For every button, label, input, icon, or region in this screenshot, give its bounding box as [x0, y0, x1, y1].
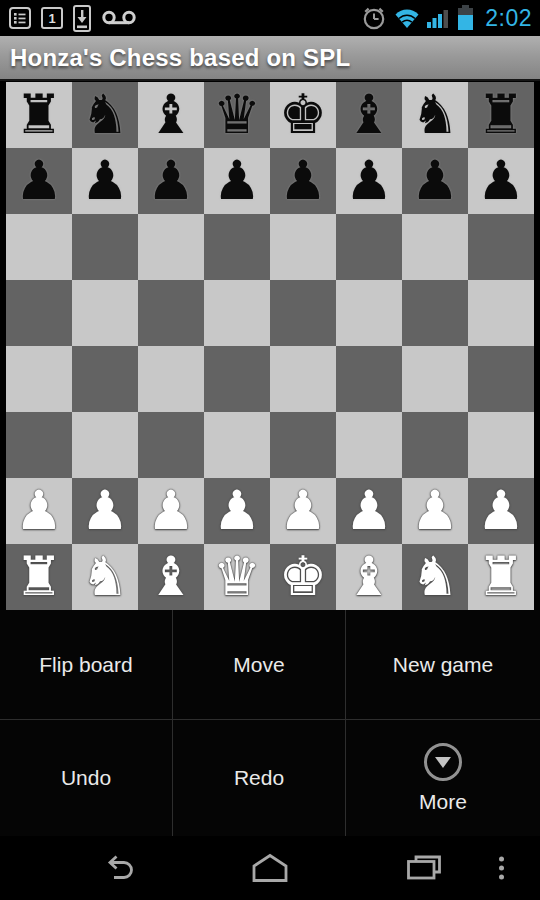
square-a5[interactable] — [6, 280, 72, 346]
white-pawn[interactable]: ♟ — [213, 478, 261, 544]
more-label: More — [419, 790, 467, 814]
square-f4[interactable] — [336, 346, 402, 412]
flip-board-button[interactable]: Flip board — [0, 610, 173, 719]
square-a8[interactable]: ♜ — [6, 82, 72, 148]
square-h1[interactable]: ♜ — [468, 544, 534, 610]
square-a4[interactable] — [6, 346, 72, 412]
square-f7[interactable]: ♟ — [336, 148, 402, 214]
status-bar-right: 2:02 — [361, 5, 532, 32]
menu-row-1: Flip board Move New game — [0, 610, 540, 719]
square-a7[interactable]: ♟ — [6, 148, 72, 214]
square-g7[interactable]: ♟ — [402, 148, 468, 214]
white-pawn[interactable]: ♟ — [411, 478, 459, 544]
overflow-menu-icon[interactable] — [499, 857, 504, 880]
square-f2[interactable]: ♟ — [336, 478, 402, 544]
alarm-icon — [361, 5, 387, 31]
square-g5[interactable] — [402, 280, 468, 346]
navigation-bar — [0, 836, 540, 900]
white-bishop[interactable]: ♝ — [147, 544, 195, 610]
square-e8[interactable]: ♚ — [270, 82, 336, 148]
square-e6[interactable] — [270, 214, 336, 280]
square-f3[interactable] — [336, 412, 402, 478]
black-rook[interactable]: ♜ — [15, 82, 63, 148]
white-pawn[interactable]: ♟ — [15, 478, 63, 544]
flip-board-label: Flip board — [39, 653, 132, 677]
notification-list-icon — [8, 6, 32, 30]
square-e4[interactable] — [270, 346, 336, 412]
black-pawn[interactable]: ♟ — [411, 148, 459, 214]
square-c4[interactable] — [138, 346, 204, 412]
black-bishop[interactable]: ♝ — [147, 82, 195, 148]
square-b1[interactable]: ♞ — [72, 544, 138, 610]
square-d5[interactable] — [204, 280, 270, 346]
wifi-icon — [394, 6, 420, 30]
undo-button[interactable]: Undo — [0, 720, 173, 836]
black-knight[interactable]: ♞ — [411, 82, 459, 148]
battery-icon — [457, 5, 474, 31]
square-g3[interactable] — [402, 412, 468, 478]
square-b5[interactable] — [72, 280, 138, 346]
square-a1[interactable]: ♜ — [6, 544, 72, 610]
square-g6[interactable] — [402, 214, 468, 280]
white-queen[interactable]: ♛ — [213, 544, 261, 610]
board-area: ♜♞♝♛♚♝♞♜♟♟♟♟♟♟♟♟♟♟♟♟♟♟♟♟♜♞♝♛♚♝♞♜ — [0, 81, 540, 610]
sms-count-icon: 1 — [41, 7, 63, 29]
new-game-label: New game — [393, 653, 493, 677]
app-title: Honza's Chess based on SPL — [10, 44, 350, 72]
status-bar-left: 1 — [8, 5, 137, 32]
white-pawn[interactable]: ♟ — [147, 478, 195, 544]
menu-row-2: Undo Redo More — [0, 719, 540, 836]
move-button[interactable]: Move — [173, 610, 346, 719]
square-h4[interactable] — [468, 346, 534, 412]
black-pawn[interactable]: ♟ — [477, 148, 525, 214]
white-rook[interactable]: ♜ — [15, 544, 63, 610]
square-c1[interactable]: ♝ — [138, 544, 204, 610]
black-pawn[interactable]: ♟ — [213, 148, 261, 214]
square-b4[interactable] — [72, 346, 138, 412]
white-knight[interactable]: ♞ — [81, 544, 129, 610]
white-pawn[interactable]: ♟ — [279, 478, 327, 544]
square-c8[interactable]: ♝ — [138, 82, 204, 148]
square-b7[interactable]: ♟ — [72, 148, 138, 214]
square-b3[interactable] — [72, 412, 138, 478]
square-a3[interactable] — [6, 412, 72, 478]
square-e7[interactable]: ♟ — [270, 148, 336, 214]
square-f6[interactable] — [336, 214, 402, 280]
clock-text: 2:02 — [485, 5, 532, 32]
square-e5[interactable] — [270, 280, 336, 346]
title-bar: Honza's Chess based on SPL — [0, 36, 540, 81]
signal-icon — [427, 7, 450, 30]
square-e1[interactable]: ♚ — [270, 544, 336, 610]
square-g2[interactable]: ♟ — [402, 478, 468, 544]
redo-button[interactable]: Redo — [173, 720, 346, 836]
back-icon[interactable] — [97, 854, 135, 882]
square-f8[interactable]: ♝ — [336, 82, 402, 148]
white-pawn[interactable]: ♟ — [81, 478, 129, 544]
status-bar: 1 — [0, 0, 540, 36]
more-expand-icon — [424, 743, 462, 781]
square-f5[interactable] — [336, 280, 402, 346]
square-b2[interactable]: ♟ — [72, 478, 138, 544]
square-c3[interactable] — [138, 412, 204, 478]
white-rook[interactable]: ♜ — [477, 544, 525, 610]
square-d1[interactable]: ♛ — [204, 544, 270, 610]
chess-board[interactable]: ♜♞♝♛♚♝♞♜♟♟♟♟♟♟♟♟♟♟♟♟♟♟♟♟♜♞♝♛♚♝♞♜ — [6, 82, 534, 610]
square-c6[interactable] — [138, 214, 204, 280]
white-knight[interactable]: ♞ — [411, 544, 459, 610]
move-label: Move — [233, 653, 284, 677]
black-rook[interactable]: ♜ — [477, 82, 525, 148]
home-icon[interactable] — [251, 853, 289, 883]
undo-label: Undo — [61, 766, 111, 790]
download-icon — [72, 5, 92, 32]
square-d8[interactable]: ♛ — [204, 82, 270, 148]
square-h6[interactable] — [468, 214, 534, 280]
square-h3[interactable] — [468, 412, 534, 478]
more-button[interactable]: More — [346, 720, 540, 836]
square-h5[interactable] — [468, 280, 534, 346]
new-game-button[interactable]: New game — [346, 610, 540, 719]
black-pawn[interactable]: ♟ — [15, 148, 63, 214]
black-pawn[interactable]: ♟ — [279, 148, 327, 214]
square-e3[interactable] — [270, 412, 336, 478]
square-g4[interactable] — [402, 346, 468, 412]
voicemail-icon — [101, 9, 137, 27]
square-c7[interactable]: ♟ — [138, 148, 204, 214]
square-h2[interactable]: ♟ — [468, 478, 534, 544]
square-a2[interactable]: ♟ — [6, 478, 72, 544]
square-e2[interactable]: ♟ — [270, 478, 336, 544]
square-b8[interactable]: ♞ — [72, 82, 138, 148]
black-pawn[interactable]: ♟ — [147, 148, 195, 214]
black-bishop[interactable]: ♝ — [345, 82, 393, 148]
white-pawn[interactable]: ♟ — [345, 478, 393, 544]
recents-icon[interactable] — [405, 853, 443, 883]
square-c5[interactable] — [138, 280, 204, 346]
white-king[interactable]: ♚ — [279, 544, 327, 610]
black-king[interactable]: ♚ — [279, 82, 327, 148]
black-pawn[interactable]: ♟ — [345, 148, 393, 214]
black-queen[interactable]: ♛ — [213, 82, 261, 148]
square-d2[interactable]: ♟ — [204, 478, 270, 544]
phone-screen: 1 — [0, 0, 540, 900]
square-h7[interactable]: ♟ — [468, 148, 534, 214]
square-b6[interactable] — [72, 214, 138, 280]
square-c2[interactable]: ♟ — [138, 478, 204, 544]
sms-count-value: 1 — [48, 12, 55, 25]
black-pawn[interactable]: ♟ — [81, 148, 129, 214]
white-pawn[interactable]: ♟ — [477, 478, 525, 544]
square-d3[interactable] — [204, 412, 270, 478]
square-g1[interactable]: ♞ — [402, 544, 468, 610]
square-d6[interactable] — [204, 214, 270, 280]
square-f1[interactable]: ♝ — [336, 544, 402, 610]
square-h8[interactable]: ♜ — [468, 82, 534, 148]
redo-label: Redo — [234, 766, 284, 790]
white-bishop[interactable]: ♝ — [345, 544, 393, 610]
square-d4[interactable] — [204, 346, 270, 412]
square-a6[interactable] — [6, 214, 72, 280]
square-g8[interactable]: ♞ — [402, 82, 468, 148]
black-knight[interactable]: ♞ — [81, 82, 129, 148]
options-menu: Flip board Move New game Undo Redo More — [0, 610, 540, 836]
square-d7[interactable]: ♟ — [204, 148, 270, 214]
